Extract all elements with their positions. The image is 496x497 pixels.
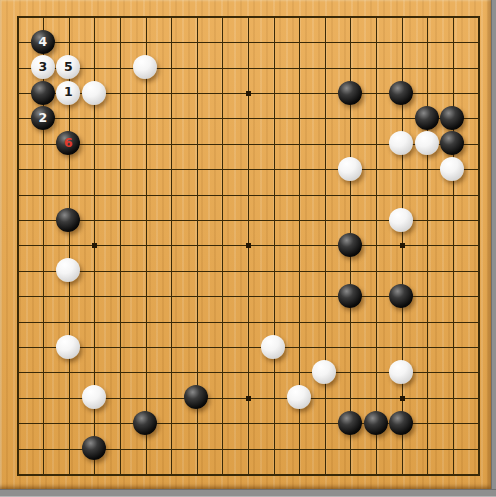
stone-white[interactable] <box>287 385 311 409</box>
stone-white[interactable]: 1 <box>56 81 80 105</box>
stone-black[interactable] <box>82 436 106 460</box>
stone-black[interactable] <box>338 411 362 435</box>
stone-white[interactable]: 5 <box>56 55 80 79</box>
stone-white[interactable] <box>82 81 106 105</box>
stone-white[interactable] <box>261 335 285 359</box>
stone-white[interactable] <box>440 157 464 181</box>
window-edge-right <box>491 0 496 497</box>
stone-black[interactable] <box>440 106 464 130</box>
move-number: 6 <box>64 137 73 150</box>
window: 435126 <box>0 0 496 497</box>
stone-black[interactable] <box>338 284 362 308</box>
stone-white[interactable] <box>82 385 106 409</box>
stone-black[interactable]: 4 <box>31 30 55 54</box>
stones-layer: 435126 <box>0 0 492 490</box>
stone-black[interactable] <box>184 385 208 409</box>
stone-black[interactable] <box>389 284 413 308</box>
stone-black[interactable] <box>56 208 80 232</box>
stone-black[interactable] <box>338 81 362 105</box>
stone-black[interactable] <box>415 106 439 130</box>
stone-black[interactable] <box>31 81 55 105</box>
stone-black[interactable] <box>338 233 362 257</box>
move-number: 2 <box>38 112 47 125</box>
stone-black[interactable] <box>389 411 413 435</box>
stone-black[interactable]: 6 <box>56 131 80 155</box>
stone-white[interactable] <box>56 335 80 359</box>
stone-black[interactable] <box>389 81 413 105</box>
move-number: 4 <box>38 36 47 49</box>
stone-white[interactable] <box>389 208 413 232</box>
stone-white[interactable] <box>133 55 157 79</box>
stone-black[interactable] <box>440 131 464 155</box>
move-number: 1 <box>64 86 73 99</box>
stone-white[interactable] <box>389 360 413 384</box>
stone-black[interactable] <box>364 411 388 435</box>
stone-white[interactable] <box>56 258 80 282</box>
window-edge-bottom <box>0 489 496 497</box>
stone-white[interactable] <box>312 360 336 384</box>
go-board[interactable]: 435126 <box>0 0 492 490</box>
stone-black[interactable] <box>133 411 157 435</box>
stone-white[interactable]: 3 <box>31 55 55 79</box>
stone-black[interactable]: 2 <box>31 106 55 130</box>
move-number: 5 <box>64 61 73 74</box>
move-number: 3 <box>38 61 47 74</box>
stone-white[interactable] <box>389 131 413 155</box>
stone-white[interactable] <box>338 157 362 181</box>
stone-white[interactable] <box>415 131 439 155</box>
